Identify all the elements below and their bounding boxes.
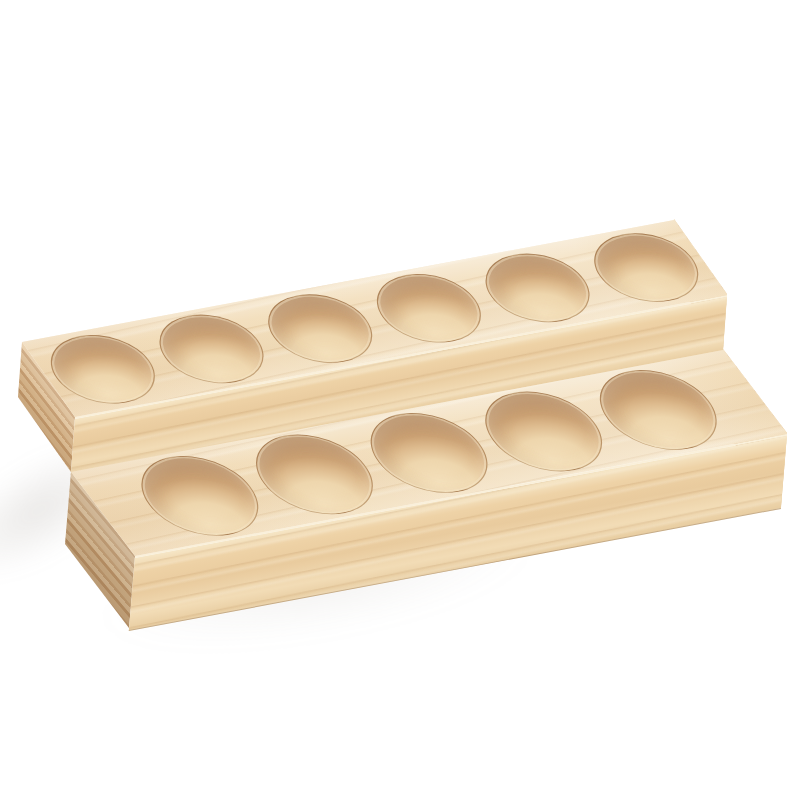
product-photo-stage bbox=[0, 0, 800, 800]
back-row-pit-3 bbox=[250, 287, 390, 371]
back-row-pit-6 bbox=[576, 226, 716, 310]
back-row-pit-5 bbox=[468, 246, 608, 330]
back-row-pit-2 bbox=[142, 307, 282, 391]
back-row-pit-4 bbox=[359, 266, 499, 350]
